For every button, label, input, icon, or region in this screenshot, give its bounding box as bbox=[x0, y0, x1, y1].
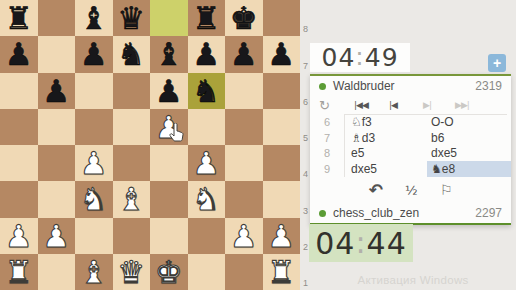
square-e1[interactable]: ♚ bbox=[150, 254, 188, 290]
move-row-9: 9dxe5♞e8 bbox=[310, 161, 511, 177]
move-9-black[interactable]: ♞e8 bbox=[427, 161, 511, 177]
square-g8[interactable]: ♚ bbox=[225, 0, 263, 36]
game-actions: ↶½⚐ bbox=[310, 177, 511, 204]
white-p-piece[interactable]: ♟ bbox=[230, 218, 258, 254]
move-row-8: 8e5dxe5 bbox=[310, 145, 511, 161]
square-f2[interactable] bbox=[188, 218, 226, 254]
square-b6[interactable]: ♟ bbox=[38, 73, 76, 109]
online-dot bbox=[319, 83, 326, 90]
black-r-piece[interactable]: ♜ bbox=[192, 0, 220, 36]
square-f1[interactable] bbox=[188, 254, 226, 290]
resign-icon[interactable]: ⚐ bbox=[440, 182, 453, 198]
black-p-piece[interactable]: ♟ bbox=[80, 36, 108, 72]
square-a2[interactable]: ♟ bbox=[0, 218, 38, 254]
square-c6[interactable] bbox=[75, 73, 113, 109]
white-p-piece[interactable]: ♟ bbox=[42, 218, 70, 254]
last-icon[interactable]: ▶▶| bbox=[455, 96, 469, 114]
square-f3[interactable]: ♞ bbox=[188, 181, 226, 217]
square-h3[interactable] bbox=[263, 181, 301, 217]
black-p-piece[interactable]: ♟ bbox=[267, 36, 295, 72]
square-f8[interactable]: ♜ bbox=[188, 0, 226, 36]
square-d4[interactable] bbox=[113, 145, 151, 181]
player-rating-bottom: 2297 bbox=[475, 206, 502, 220]
chess-board[interactable]: ♜♝♛♜♚♟♟♞♝♟♟♟♟♟♞♟♟♟♞♝♞♟♟♟♟♜♝♛♚♜ bbox=[0, 0, 300, 290]
move-number: 9 bbox=[310, 161, 344, 177]
square-b3[interactable] bbox=[38, 181, 76, 217]
rank-label-8: 8 bbox=[300, 0, 311, 36]
square-b7[interactable] bbox=[38, 36, 76, 72]
black-p-piece[interactable]: ♟ bbox=[42, 73, 70, 109]
black-b-piece[interactable]: ♝ bbox=[80, 0, 108, 36]
move-8-black[interactable]: dxe5 bbox=[427, 145, 511, 161]
square-a4[interactable] bbox=[0, 145, 38, 181]
square-h1[interactable]: ♜ bbox=[263, 254, 301, 290]
move-number: 8 bbox=[310, 145, 344, 161]
square-a3[interactable] bbox=[0, 181, 38, 217]
chess-game-screen: ♜♝♛♜♚♟♟♞♝♟♟♟♟♟♞♟♟♟♞♝♞♟♟♟♟♜♝♛♚♜ 87654321 … bbox=[0, 0, 516, 290]
square-h8[interactable] bbox=[263, 0, 301, 36]
player-row-bottom[interactable]: chess_club_zen 2297 bbox=[310, 204, 511, 223]
white-p-piece[interactable]: ♟ bbox=[267, 218, 295, 254]
white-q-piece[interactable]: ♛ bbox=[117, 254, 145, 290]
square-f5[interactable] bbox=[188, 109, 226, 145]
clock-bottom-player-active: 04:44 bbox=[309, 224, 413, 262]
move-number: 7 bbox=[310, 130, 344, 146]
square-e5[interactable]: ♟ bbox=[150, 109, 188, 145]
black-b-piece[interactable]: ♝ bbox=[155, 36, 183, 72]
give-time-button[interactable]: + bbox=[488, 54, 506, 72]
square-h4[interactable] bbox=[263, 145, 301, 181]
square-e3[interactable] bbox=[150, 181, 188, 217]
square-g5[interactable] bbox=[225, 109, 263, 145]
square-b5[interactable] bbox=[38, 109, 76, 145]
black-n-piece[interactable]: ♞ bbox=[117, 36, 145, 72]
square-c8[interactable]: ♝ bbox=[75, 0, 113, 36]
square-e2[interactable] bbox=[150, 218, 188, 254]
player-rating-top: 2319 bbox=[475, 79, 502, 93]
white-p-piece[interactable]: ♟ bbox=[80, 145, 108, 181]
move-6-black[interactable]: O-O bbox=[427, 114, 511, 130]
square-a6[interactable] bbox=[0, 73, 38, 109]
square-c7[interactable]: ♟ bbox=[75, 36, 113, 72]
square-e7[interactable]: ♝ bbox=[150, 36, 188, 72]
draw-offer-icon[interactable]: ½ bbox=[405, 183, 418, 198]
black-q-piece[interactable]: ♛ bbox=[117, 0, 145, 36]
black-p-piece[interactable]: ♟ bbox=[5, 36, 33, 72]
white-r-piece[interactable]: ♜ bbox=[5, 254, 33, 290]
black-n-piece[interactable]: ♞ bbox=[192, 73, 220, 109]
black-p-piece[interactable]: ♟ bbox=[192, 36, 220, 72]
clock-bottom-time: 04:44 bbox=[315, 226, 406, 261]
white-b-piece[interactable]: ♝ bbox=[80, 254, 108, 290]
square-c5[interactable] bbox=[75, 109, 113, 145]
move-7-black[interactable]: b6 bbox=[427, 130, 511, 146]
square-h5[interactable] bbox=[263, 109, 301, 145]
square-c4[interactable]: ♟ bbox=[75, 145, 113, 181]
square-e4[interactable] bbox=[150, 145, 188, 181]
square-h7[interactable]: ♟ bbox=[263, 36, 301, 72]
move-row-6: 6♘f3O-O bbox=[310, 114, 511, 130]
square-d5[interactable] bbox=[113, 109, 151, 145]
clock-top-time: 04:49 bbox=[321, 43, 398, 72]
clock-top-player: 04:49 bbox=[310, 43, 410, 72]
move-7-white[interactable]: ♗d3 bbox=[344, 130, 427, 146]
black-k-piece[interactable]: ♚ bbox=[230, 0, 258, 36]
player-name-bottom[interactable]: chess_club_zen bbox=[333, 206, 419, 220]
white-p-piece[interactable]: ♟ bbox=[155, 109, 183, 145]
square-h2[interactable]: ♟ bbox=[263, 218, 301, 254]
black-p-piece[interactable]: ♟ bbox=[155, 73, 183, 109]
square-a8[interactable]: ♜ bbox=[0, 0, 38, 36]
square-d6[interactable] bbox=[113, 73, 151, 109]
move-8-white[interactable]: e5 bbox=[344, 145, 427, 161]
white-k-piece[interactable]: ♚ bbox=[155, 254, 183, 290]
square-a5[interactable] bbox=[0, 109, 38, 145]
first-icon[interactable]: |◀◀ bbox=[354, 96, 368, 114]
takeback-icon[interactable]: ↶ bbox=[369, 180, 383, 200]
white-n-piece[interactable]: ♞ bbox=[192, 181, 220, 217]
square-g7[interactable]: ♟ bbox=[225, 36, 263, 72]
move-9-white[interactable]: dxe5 bbox=[344, 161, 427, 177]
square-b2[interactable]: ♟ bbox=[38, 218, 76, 254]
online-dot bbox=[319, 210, 326, 217]
square-g3[interactable] bbox=[225, 181, 263, 217]
white-b-piece[interactable]: ♝ bbox=[117, 181, 145, 217]
square-d1[interactable]: ♛ bbox=[113, 254, 151, 290]
windows-activation-watermark: Активация Windows bbox=[310, 274, 516, 286]
square-e6[interactable]: ♟ bbox=[150, 73, 188, 109]
square-a7[interactable]: ♟ bbox=[0, 36, 38, 72]
square-e8[interactable] bbox=[150, 0, 188, 36]
move-row-7: 7♗d3b6 bbox=[310, 130, 511, 146]
square-d3[interactable]: ♝ bbox=[113, 181, 151, 217]
square-d7[interactable]: ♞ bbox=[113, 36, 151, 72]
player-row-top[interactable]: Waldbruder 2319 bbox=[310, 76, 511, 96]
square-b8[interactable] bbox=[38, 0, 76, 36]
white-p-piece[interactable]: ♟ bbox=[5, 218, 33, 254]
move-list: 6♘f3O-O7♗d3b68e5dxe59dxe5♞e8 bbox=[310, 114, 511, 177]
square-b4[interactable] bbox=[38, 145, 76, 181]
black-r-piece[interactable]: ♜ bbox=[5, 0, 33, 36]
black-p-piece[interactable]: ♟ bbox=[230, 36, 258, 72]
square-c3[interactable]: ♞ bbox=[75, 181, 113, 217]
square-g6[interactable] bbox=[225, 73, 263, 109]
white-n-piece[interactable]: ♞ bbox=[80, 181, 108, 217]
white-p-piece[interactable]: ♟ bbox=[192, 145, 220, 181]
next-icon[interactable]: ▶| bbox=[423, 96, 431, 114]
square-f6[interactable]: ♞ bbox=[188, 73, 226, 109]
square-g2[interactable]: ♟ bbox=[225, 218, 263, 254]
square-f4[interactable]: ♟ bbox=[188, 145, 226, 181]
square-g4[interactable] bbox=[225, 145, 263, 181]
white-r-piece[interactable]: ♜ bbox=[267, 254, 295, 290]
square-a1[interactable]: ♜ bbox=[0, 254, 38, 290]
square-c2[interactable] bbox=[75, 218, 113, 254]
refresh-icon[interactable]: ↻ bbox=[319, 96, 330, 114]
move-6-white[interactable]: ♘f3 bbox=[344, 114, 427, 130]
square-d8[interactable]: ♛ bbox=[113, 0, 151, 36]
square-b1[interactable] bbox=[38, 254, 76, 290]
move-navigation: ↻|◀◀|◀▶|▶▶| bbox=[310, 96, 511, 114]
square-h6[interactable] bbox=[263, 73, 301, 109]
previous-icon[interactable]: |◀ bbox=[389, 96, 397, 114]
square-d2[interactable] bbox=[113, 218, 151, 254]
square-g1[interactable] bbox=[225, 254, 263, 290]
game-side-panel: Waldbruder 2319 ↻|◀◀|◀▶|▶▶| 6♘f3O-O7♗d3b… bbox=[310, 74, 511, 225]
square-c1[interactable]: ♝ bbox=[75, 254, 113, 290]
player-name-top[interactable]: Waldbruder bbox=[333, 79, 395, 93]
square-f7[interactable]: ♟ bbox=[188, 36, 226, 72]
move-number: 6 bbox=[310, 114, 344, 130]
